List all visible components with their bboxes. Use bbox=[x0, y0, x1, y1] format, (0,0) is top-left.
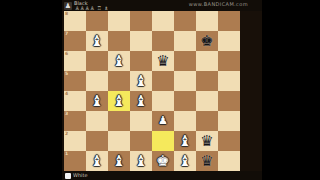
black-avatar[interactable]: ♟ bbox=[64, 2, 72, 10]
square-e8[interactable] bbox=[152, 11, 174, 31]
square-e5[interactable] bbox=[152, 71, 174, 91]
square-d2[interactable] bbox=[130, 131, 152, 151]
square-d6[interactable] bbox=[130, 51, 152, 71]
square-a6[interactable]: 6 bbox=[64, 51, 86, 71]
white-player-name: White bbox=[73, 173, 88, 178]
white-bishop-b1[interactable]: ♝ bbox=[90, 151, 103, 171]
black-avatar-icon: ♟ bbox=[65, 2, 71, 10]
white-bishop-c1[interactable]: ♝ bbox=[112, 151, 125, 171]
square-e1[interactable]: ♚ bbox=[152, 151, 174, 171]
square-b1[interactable]: ♝ bbox=[86, 151, 108, 171]
square-g3[interactable] bbox=[196, 111, 218, 131]
square-a3[interactable]: 3 bbox=[64, 111, 86, 131]
square-a5[interactable]: 5 bbox=[64, 71, 86, 91]
square-e4[interactable] bbox=[152, 91, 174, 111]
white-bishop-b4[interactable]: ♝ bbox=[90, 91, 103, 111]
square-c8[interactable] bbox=[108, 11, 130, 31]
square-g4[interactable] bbox=[196, 91, 218, 111]
square-h7[interactable] bbox=[218, 31, 240, 51]
square-c7[interactable] bbox=[108, 31, 130, 51]
black-queen-g1[interactable]: ♛ bbox=[200, 151, 213, 171]
square-a1[interactable]: 1 bbox=[64, 151, 86, 171]
square-a2[interactable]: 2 bbox=[64, 131, 86, 151]
square-b4[interactable]: ♝ bbox=[86, 91, 108, 111]
chess-board[interactable]: 87♝♚6♝♛5♝4♝♝♝3♟2♝♛1♝♝♝♚♝♛ bbox=[64, 11, 240, 171]
square-h3[interactable] bbox=[218, 111, 240, 131]
square-c1[interactable]: ♝ bbox=[108, 151, 130, 171]
square-e3[interactable]: ♟ bbox=[152, 111, 174, 131]
square-b5[interactable] bbox=[86, 71, 108, 91]
bandicam-watermark: www.BANDICAM.com bbox=[189, 2, 248, 7]
white-king-e1[interactable]: ♚ bbox=[156, 151, 169, 171]
square-h4[interactable] bbox=[218, 91, 240, 111]
square-b8[interactable] bbox=[86, 11, 108, 31]
square-f4[interactable] bbox=[174, 91, 196, 111]
square-a8[interactable]: 8 bbox=[64, 11, 86, 31]
square-d5[interactable]: ♝ bbox=[130, 71, 152, 91]
square-g8[interactable] bbox=[196, 11, 218, 31]
video-frame: ♟ Black ♙♙♙♙ ♖ ♗ www.BANDICAM.com 87♝♚6♝… bbox=[62, 0, 262, 180]
square-g2[interactable]: ♛ bbox=[196, 131, 218, 151]
white-bishop-d1[interactable]: ♝ bbox=[134, 151, 147, 171]
square-h1[interactable] bbox=[218, 151, 240, 171]
square-g6[interactable] bbox=[196, 51, 218, 71]
black-queen-g2[interactable]: ♛ bbox=[200, 131, 213, 151]
square-f6[interactable] bbox=[174, 51, 196, 71]
square-e6[interactable]: ♛ bbox=[152, 51, 174, 71]
white-bishop-f1[interactable]: ♝ bbox=[178, 151, 191, 171]
square-a4[interactable]: 4 bbox=[64, 91, 86, 111]
white-bishop-f2[interactable]: ♝ bbox=[178, 131, 191, 151]
white-avatar[interactable] bbox=[65, 173, 71, 179]
white-bishop-c6[interactable]: ♝ bbox=[112, 51, 125, 71]
rank-label-4: 4 bbox=[65, 91, 68, 96]
square-c6[interactable]: ♝ bbox=[108, 51, 130, 71]
square-b7[interactable]: ♝ bbox=[86, 31, 108, 51]
square-f7[interactable] bbox=[174, 31, 196, 51]
rank-label-7: 7 bbox=[65, 31, 68, 36]
square-e7[interactable] bbox=[152, 31, 174, 51]
square-h5[interactable] bbox=[218, 71, 240, 91]
square-e2[interactable] bbox=[152, 131, 174, 151]
square-c4[interactable]: ♝ bbox=[108, 91, 130, 111]
square-g1[interactable]: ♛ bbox=[196, 151, 218, 171]
white-bishop-b7[interactable]: ♝ bbox=[90, 31, 103, 51]
square-b2[interactable] bbox=[86, 131, 108, 151]
black-king-g7[interactable]: ♚ bbox=[200, 31, 213, 51]
square-a7[interactable]: 7 bbox=[64, 31, 86, 51]
square-g7[interactable]: ♚ bbox=[196, 31, 218, 51]
rank-label-5: 5 bbox=[65, 71, 68, 76]
screenshot-stage: ♟ Black ♙♙♙♙ ♖ ♗ www.BANDICAM.com 87♝♚6♝… bbox=[0, 0, 320, 180]
square-c3[interactable] bbox=[108, 111, 130, 131]
rank-label-1: 1 bbox=[65, 151, 68, 156]
square-d4[interactable]: ♝ bbox=[130, 91, 152, 111]
rank-label-8: 8 bbox=[65, 11, 68, 16]
square-b6[interactable] bbox=[86, 51, 108, 71]
square-g5[interactable] bbox=[196, 71, 218, 91]
square-f5[interactable] bbox=[174, 71, 196, 91]
white-bishop-d4[interactable]: ♝ bbox=[134, 91, 147, 111]
square-f3[interactable] bbox=[174, 111, 196, 131]
white-bishop-c4[interactable]: ♝ bbox=[112, 91, 125, 111]
square-d3[interactable] bbox=[130, 111, 152, 131]
rank-label-6: 6 bbox=[65, 51, 68, 56]
square-f8[interactable] bbox=[174, 11, 196, 31]
square-h6[interactable] bbox=[218, 51, 240, 71]
black-queen-e6[interactable]: ♛ bbox=[156, 51, 169, 71]
square-f2[interactable]: ♝ bbox=[174, 131, 196, 151]
white-player-bar: White bbox=[62, 171, 262, 180]
square-d1[interactable]: ♝ bbox=[130, 151, 152, 171]
black-captured-pieces: ♙♙♙♙ ♖ ♗ bbox=[75, 6, 109, 11]
rank-label-2: 2 bbox=[65, 131, 68, 136]
square-c2[interactable] bbox=[108, 131, 130, 151]
square-d7[interactable] bbox=[130, 31, 152, 51]
rank-label-3: 3 bbox=[65, 111, 68, 116]
square-d8[interactable] bbox=[130, 11, 152, 31]
square-b3[interactable] bbox=[86, 111, 108, 131]
square-h2[interactable] bbox=[218, 131, 240, 151]
square-h8[interactable] bbox=[218, 11, 240, 31]
white-pawn-e3[interactable]: ♟ bbox=[158, 111, 168, 131]
square-c5[interactable] bbox=[108, 71, 130, 91]
square-f1[interactable]: ♝ bbox=[174, 151, 196, 171]
white-bishop-d5[interactable]: ♝ bbox=[134, 71, 147, 91]
